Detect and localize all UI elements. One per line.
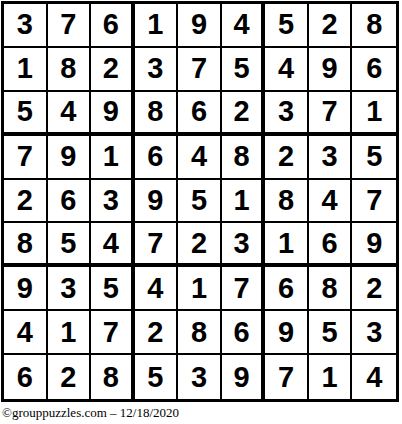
cell-r5c1[interactable]: 2 — [4, 180, 48, 224]
cell-r9c6[interactable]: 9 — [222, 355, 266, 399]
cell-r1c2[interactable]: 7 — [48, 4, 92, 48]
cell-r8c8[interactable]: 5 — [309, 311, 353, 355]
cell-r6c9[interactable]: 9 — [352, 223, 396, 267]
cell-r7c6[interactable]: 7 — [222, 267, 266, 311]
cell-r8c2[interactable]: 1 — [48, 311, 92, 355]
cell-r3c5[interactable]: 6 — [178, 92, 222, 136]
sudoku-board: 3761945281823754965498623717916482352639… — [1, 1, 399, 402]
cell-r1c8[interactable]: 2 — [309, 4, 353, 48]
cell-r4c5[interactable]: 4 — [178, 136, 222, 180]
cell-r3c4[interactable]: 8 — [135, 92, 179, 136]
cell-r8c6[interactable]: 6 — [222, 311, 266, 355]
cell-r4c7[interactable]: 2 — [265, 136, 309, 180]
cell-r7c8[interactable]: 8 — [309, 267, 353, 311]
cell-r6c6[interactable]: 3 — [222, 223, 266, 267]
cell-r8c9[interactable]: 3 — [352, 311, 396, 355]
cell-r6c2[interactable]: 5 — [48, 223, 92, 267]
cell-r3c1[interactable]: 5 — [4, 92, 48, 136]
cell-r4c1[interactable]: 7 — [4, 136, 48, 180]
cell-r7c5[interactable]: 1 — [178, 267, 222, 311]
cell-r7c2[interactable]: 3 — [48, 267, 92, 311]
cell-r9c5[interactable]: 3 — [178, 355, 222, 399]
cell-r8c1[interactable]: 4 — [4, 311, 48, 355]
cell-r1c6[interactable]: 4 — [222, 4, 266, 48]
cell-r7c9[interactable]: 2 — [352, 267, 396, 311]
cell-r9c3[interactable]: 8 — [91, 355, 135, 399]
cell-r5c7[interactable]: 8 — [265, 180, 309, 224]
cell-r6c7[interactable]: 1 — [265, 223, 309, 267]
cell-r1c7[interactable]: 5 — [265, 4, 309, 48]
cell-r1c3[interactable]: 6 — [91, 4, 135, 48]
cell-r4c8[interactable]: 3 — [309, 136, 353, 180]
cell-r7c1[interactable]: 9 — [4, 267, 48, 311]
cell-r5c5[interactable]: 5 — [178, 180, 222, 224]
cell-r1c4[interactable]: 1 — [135, 4, 179, 48]
cell-r6c1[interactable]: 8 — [4, 223, 48, 267]
cell-r2c9[interactable]: 6 — [352, 48, 396, 92]
cell-r8c7[interactable]: 9 — [265, 311, 309, 355]
cell-r1c5[interactable]: 9 — [178, 4, 222, 48]
cell-r6c3[interactable]: 4 — [91, 223, 135, 267]
cell-r1c9[interactable]: 8 — [352, 4, 396, 48]
cell-r4c4[interactable]: 6 — [135, 136, 179, 180]
cell-r5c9[interactable]: 7 — [352, 180, 396, 224]
page: 3761945281823754965498623717916482352639… — [0, 0, 402, 424]
cell-r6c5[interactable]: 2 — [178, 223, 222, 267]
cell-r3c9[interactable]: 1 — [352, 92, 396, 136]
cell-r3c8[interactable]: 7 — [309, 92, 353, 136]
cell-r3c3[interactable]: 9 — [91, 92, 135, 136]
cell-r5c6[interactable]: 1 — [222, 180, 266, 224]
cell-r2c8[interactable]: 9 — [309, 48, 353, 92]
cell-r2c4[interactable]: 3 — [135, 48, 179, 92]
cell-r6c4[interactable]: 7 — [135, 223, 179, 267]
cell-r5c3[interactable]: 3 — [91, 180, 135, 224]
cell-r7c7[interactable]: 6 — [265, 267, 309, 311]
cell-r6c8[interactable]: 6 — [309, 223, 353, 267]
cell-r9c4[interactable]: 5 — [135, 355, 179, 399]
cell-r8c4[interactable]: 2 — [135, 311, 179, 355]
cell-r1c1[interactable]: 3 — [4, 4, 48, 48]
cell-r9c1[interactable]: 6 — [4, 355, 48, 399]
cell-r4c2[interactable]: 9 — [48, 136, 92, 180]
cell-r9c8[interactable]: 1 — [309, 355, 353, 399]
cell-r9c7[interactable]: 7 — [265, 355, 309, 399]
cell-r9c2[interactable]: 2 — [48, 355, 92, 399]
cell-r2c2[interactable]: 8 — [48, 48, 92, 92]
cell-r8c3[interactable]: 7 — [91, 311, 135, 355]
cell-r2c6[interactable]: 5 — [222, 48, 266, 92]
cell-r4c3[interactable]: 1 — [91, 136, 135, 180]
cell-r3c2[interactable]: 4 — [48, 92, 92, 136]
cell-r9c9[interactable]: 4 — [352, 355, 396, 399]
cell-r2c7[interactable]: 4 — [265, 48, 309, 92]
footer-credit: ©grouppuzzles.com – 12/18/2020 — [2, 405, 179, 421]
cell-r4c6[interactable]: 8 — [222, 136, 266, 180]
cell-r3c7[interactable]: 3 — [265, 92, 309, 136]
cell-r2c5[interactable]: 7 — [178, 48, 222, 92]
cell-r5c2[interactable]: 6 — [48, 180, 92, 224]
cell-r2c1[interactable]: 1 — [4, 48, 48, 92]
cell-r7c4[interactable]: 4 — [135, 267, 179, 311]
cell-r7c3[interactable]: 5 — [91, 267, 135, 311]
cell-r8c5[interactable]: 8 — [178, 311, 222, 355]
cell-r3c6[interactable]: 2 — [222, 92, 266, 136]
cell-r5c4[interactable]: 9 — [135, 180, 179, 224]
cell-r2c3[interactable]: 2 — [91, 48, 135, 92]
cell-r5c8[interactable]: 4 — [309, 180, 353, 224]
cell-r4c9[interactable]: 5 — [352, 136, 396, 180]
